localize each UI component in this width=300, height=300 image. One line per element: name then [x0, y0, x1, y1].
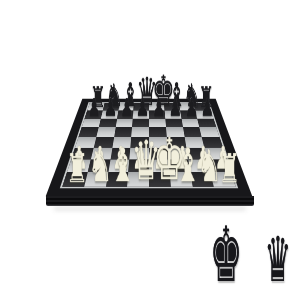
square-d5: [131, 127, 149, 137]
square-e6: [149, 119, 166, 128]
piece-black-bishop-f8: ♝: [167, 78, 177, 111]
square-c6: [115, 119, 133, 128]
square-b5: [96, 127, 115, 137]
square-e3: [149, 148, 168, 160]
inset-black-queen-piece: ♛: [265, 229, 292, 291]
square-f8: ♝: [164, 103, 180, 110]
square-e5: [149, 127, 167, 137]
square-f4: [167, 137, 186, 148]
square-b7: ♟: [101, 110, 118, 118]
square-c3: [110, 148, 130, 160]
square-g3: [186, 148, 207, 160]
square-h2: ♟: [207, 159, 231, 172]
square-c7: ♟: [117, 110, 134, 118]
square-h7: ♟: [195, 110, 213, 118]
square-d1: ♛: [127, 172, 149, 186]
square-e1: ♚: [149, 172, 171, 186]
square-d4: [131, 137, 149, 148]
square-d3: [130, 148, 149, 160]
square-e4: [149, 137, 167, 148]
square-b6: [99, 119, 117, 128]
square-c8: ♝: [118, 103, 134, 110]
square-c4: [112, 137, 131, 148]
square-b2: ♟: [87, 159, 110, 172]
square-d7: ♟: [133, 110, 149, 118]
square-a1: ♜: [62, 172, 87, 186]
square-a4: [75, 137, 96, 148]
square-f1: ♝: [170, 172, 193, 186]
piece-black-knight-b8: ♞: [105, 80, 115, 111]
piece-black-bishop-c8: ♝: [121, 78, 131, 111]
square-d2: ♟: [128, 159, 149, 172]
square-b8: ♞: [103, 103, 120, 110]
piece-black-rook-h8: ♜: [198, 83, 208, 112]
square-c5: [114, 127, 132, 137]
square-f3: [167, 148, 187, 160]
square-h3: [204, 148, 226, 160]
chess-board-frame: ♜♞♝♛♚♝♞♜♟♟♟♟♟♟♟♟♟♟♟♟♟♟♟♟♜♞♝♛♚♝♞♜: [46, 99, 253, 196]
square-c2: ♟: [108, 159, 130, 172]
board-front-edge: [46, 196, 254, 206]
piece-black-queen-d8: ♛: [136, 73, 146, 111]
square-c1: ♝: [106, 172, 129, 186]
square-e2: ♟: [149, 159, 170, 172]
square-e8: ♚: [149, 103, 164, 110]
square-f5: [166, 127, 184, 137]
board-squares: ♜♞♝♛♚♝♞♜♟♟♟♟♟♟♟♟♟♟♟♟♟♟♟♟♜♞♝♛♚♝♞♜: [60, 102, 238, 188]
square-e7: ♟: [149, 110, 165, 118]
square-f6: [165, 119, 183, 128]
square-h4: [202, 137, 223, 148]
piece-black-rook-a8: ♜: [90, 83, 100, 112]
square-d6: [132, 119, 149, 128]
piece-black-king-e8: ♚: [152, 70, 162, 111]
square-h1: ♜: [211, 172, 236, 186]
square-f7: ♟: [164, 110, 181, 118]
square-f2: ♟: [168, 159, 190, 172]
square-h6: [197, 119, 216, 128]
square-d8: ♛: [134, 103, 149, 110]
inset-piece-group: ♚ ♛ ♝: [197, 217, 300, 282]
inset-black-king-piece: ♚: [210, 217, 243, 293]
square-a2: ♟: [67, 159, 91, 172]
piece-black-knight-g8: ♞: [183, 80, 193, 111]
square-h8: ♜: [194, 103, 211, 110]
product-photo-canvas: ♜♞♝♛♚♝♞♜♟♟♟♟♟♟♟♟♟♟♟♟♟♟♟♟♜♞♝♛♚♝♞♜ ♚ ♛ ♝: [0, 0, 300, 300]
square-b1: ♞: [84, 172, 108, 186]
square-b4: [94, 137, 114, 148]
square-b3: [91, 148, 112, 160]
square-h5: [199, 127, 219, 137]
square-g2: ♟: [188, 159, 211, 172]
